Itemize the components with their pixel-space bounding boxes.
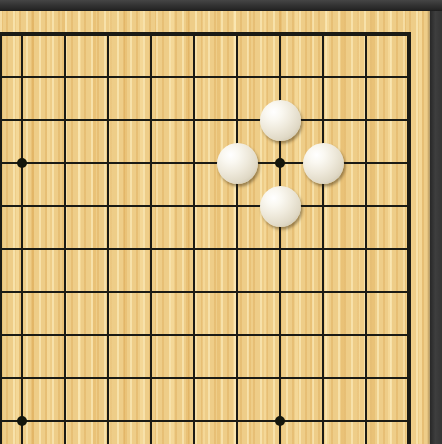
grid-line-vertical-T	[407, 32, 411, 444]
app-window	[0, 0, 442, 444]
window-top-bar	[0, 0, 442, 11]
right-background	[430, 11, 442, 444]
grid-line-horizontal-17	[0, 119, 411, 121]
grid-line-vertical-L	[64, 32, 66, 444]
white-stone-Q17[interactable]	[260, 100, 301, 141]
grid-line-vertical-R	[322, 32, 324, 444]
left-cropped-grid-line	[0, 32, 2, 444]
grid-line-horizontal-15	[0, 205, 411, 207]
white-stone-R16[interactable]	[303, 143, 344, 184]
grid-line-vertical-N	[150, 32, 152, 444]
white-stone-P16[interactable]	[217, 143, 258, 184]
grid-line-horizontal-14	[0, 248, 411, 250]
star-point-K16	[17, 158, 27, 168]
grid-line-horizontal-16	[0, 162, 411, 164]
grid-line-horizontal-18	[0, 76, 411, 78]
grid-line-horizontal-12	[0, 334, 411, 336]
grid-line-vertical-K	[21, 32, 23, 444]
grid-line-horizontal-13	[0, 291, 411, 293]
grid-line-vertical-S	[365, 32, 367, 444]
grid-line-vertical-M	[107, 32, 109, 444]
grid-line-horizontal-11	[0, 377, 411, 379]
white-stone-Q15[interactable]	[260, 186, 301, 227]
grid-line-vertical-Q	[279, 32, 281, 444]
grid-line-vertical-P	[236, 32, 238, 444]
grid-line-vertical-O	[193, 32, 195, 444]
grid-line-horizontal-10	[0, 420, 411, 422]
grid-line-horizontal-19	[0, 32, 411, 36]
